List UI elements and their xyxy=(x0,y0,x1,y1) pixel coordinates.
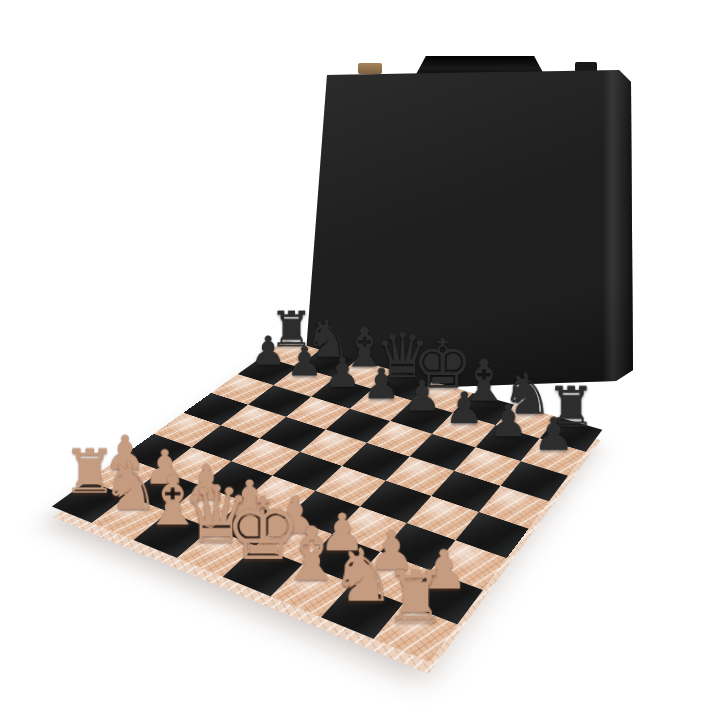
product-photo: ♜♞♝♛♚♝♞♜♟♟♟♟♟♟♟♟♟♟♟♟♟♟♟♟♜♞♝♛♚♝♞♜ xyxy=(0,0,720,720)
case-hinge-icon xyxy=(358,63,382,74)
board-3d-wrap: ♜♞♝♛♚♝♞♜♟♟♟♟♟♟♟♟♟♟♟♟♟♟♟♟♜♞♝♛♚♝♞♜ xyxy=(52,340,602,662)
piece-a1-rose-rook: ♜ xyxy=(48,443,132,501)
chess-board: ♜♞♝♛♚♝♞♜♟♟♟♟♟♟♟♟♟♟♟♟♟♟♟♟♜♞♝♛♚♝♞♜ xyxy=(52,340,602,662)
storage-case xyxy=(300,56,636,396)
